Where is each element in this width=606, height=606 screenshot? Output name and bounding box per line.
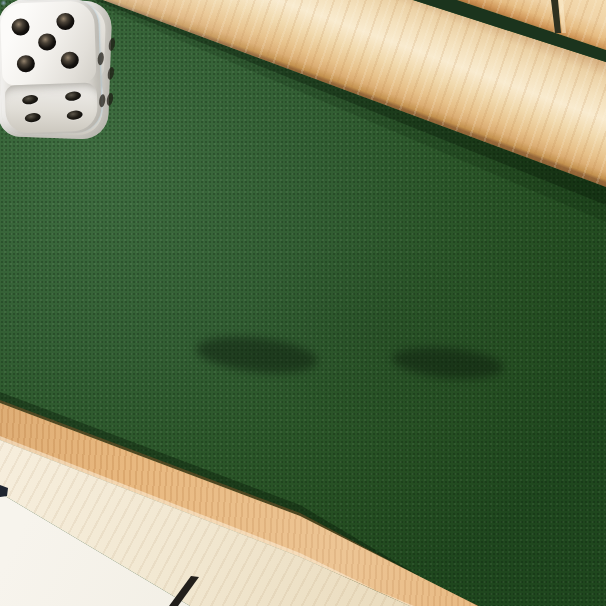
die-pip [24, 112, 41, 123]
die-pip [22, 94, 39, 105]
board-photo-scene [0, 0, 606, 606]
die-pip [38, 33, 57, 51]
die-pip [66, 110, 83, 121]
die-pip [11, 18, 30, 36]
die-front-face-four [5, 82, 99, 133]
die-pip [56, 13, 75, 31]
die-pip [64, 91, 81, 102]
die-pip [17, 55, 36, 73]
right-die[interactable] [0, 0, 102, 136]
die-pip [60, 52, 79, 70]
die-top-face-five [0, 0, 97, 85]
